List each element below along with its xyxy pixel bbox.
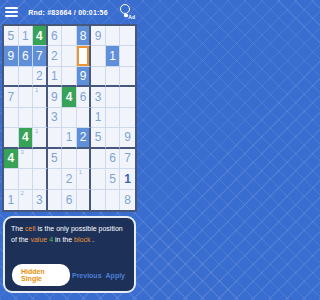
cell-r8c7[interactable] bbox=[106, 190, 121, 210]
cell-r4c6[interactable]: 1 bbox=[91, 108, 106, 128]
top-bar: Rnd: #83664 / 00:01:56 Ad bbox=[0, 0, 139, 24]
cell-r3c5[interactable]: 6 bbox=[77, 87, 92, 107]
cell-r5c6[interactable]: 5 bbox=[91, 128, 106, 148]
pencil-mark: 1 bbox=[79, 169, 82, 176]
cell-r8c2[interactable]: 3 bbox=[33, 190, 48, 210]
cell-r4c8[interactable] bbox=[120, 108, 135, 128]
sudoku-board: 5146899672121971946331411259435672151123… bbox=[2, 24, 137, 212]
cell-r5c0[interactable] bbox=[4, 128, 19, 148]
cell-r4c4[interactable] bbox=[62, 108, 77, 128]
cell-r1c8[interactable] bbox=[120, 46, 135, 66]
cell-r7c8[interactable]: 1 bbox=[120, 169, 135, 189]
cell-r8c1[interactable]: 2 bbox=[19, 190, 34, 210]
cell-r1c5[interactable] bbox=[77, 46, 92, 66]
cell-r2c0[interactable] bbox=[4, 67, 19, 87]
cell-r8c6[interactable] bbox=[91, 190, 106, 210]
cell-r0c0[interactable]: 5 bbox=[4, 26, 19, 46]
pencil-mark: 3 bbox=[21, 149, 24, 156]
cell-r7c5[interactable]: 1 bbox=[77, 169, 92, 189]
cell-r7c4[interactable]: 2 bbox=[62, 169, 77, 189]
hint-ad-button[interactable]: Ad bbox=[118, 4, 134, 20]
cell-r1c7[interactable]: 1 bbox=[106, 46, 121, 66]
cell-r6c2[interactable] bbox=[33, 149, 48, 169]
cell-r5c2[interactable]: 1 bbox=[33, 128, 48, 148]
cell-r4c3[interactable]: 3 bbox=[48, 108, 63, 128]
cell-r2c7[interactable] bbox=[106, 67, 121, 87]
cell-r8c4[interactable]: 6 bbox=[62, 190, 77, 210]
cell-r0c2[interactable]: 4 bbox=[33, 26, 48, 46]
cell-r3c6[interactable]: 3 bbox=[91, 87, 106, 107]
cell-r5c7[interactable] bbox=[106, 128, 121, 148]
pencil-mark: 1 bbox=[35, 87, 38, 94]
cell-r1c1[interactable]: 6 bbox=[19, 46, 34, 66]
hint-buttons-row: Hidden Single Previous Apply bbox=[5, 264, 134, 286]
cell-r1c2[interactable]: 7 bbox=[33, 46, 48, 66]
cell-r2c3[interactable]: 1 bbox=[48, 67, 63, 87]
cell-r3c3[interactable]: 9 bbox=[48, 87, 63, 107]
cell-r0c8[interactable] bbox=[120, 26, 135, 46]
cell-r5c4[interactable]: 1 bbox=[62, 128, 77, 148]
cell-r4c7[interactable] bbox=[106, 108, 121, 128]
cell-r8c3[interactable] bbox=[48, 190, 63, 210]
lightbulb-icon bbox=[120, 4, 130, 14]
cell-r1c4[interactable] bbox=[62, 46, 77, 66]
cell-r6c0[interactable]: 4 bbox=[4, 149, 19, 169]
cell-r7c0[interactable] bbox=[4, 169, 19, 189]
cell-r6c4[interactable] bbox=[62, 149, 77, 169]
cell-r4c0[interactable] bbox=[4, 108, 19, 128]
cell-r8c0[interactable]: 1 bbox=[4, 190, 19, 210]
cell-r1c0[interactable]: 9 bbox=[4, 46, 19, 66]
cell-r6c6[interactable] bbox=[91, 149, 106, 169]
cell-r3c1[interactable] bbox=[19, 87, 34, 107]
cell-r3c4[interactable]: 4 bbox=[62, 87, 77, 107]
ad-label: Ad bbox=[128, 14, 135, 20]
cell-r2c4[interactable] bbox=[62, 67, 77, 87]
cell-r7c2[interactable] bbox=[33, 169, 48, 189]
cell-r1c6[interactable] bbox=[91, 46, 106, 66]
hint-text: The cell is the only possible position o… bbox=[11, 224, 129, 246]
cell-r0c6[interactable]: 9 bbox=[91, 26, 106, 46]
cell-r7c6[interactable] bbox=[91, 169, 106, 189]
cell-r0c3[interactable]: 6 bbox=[48, 26, 63, 46]
cell-r3c7[interactable] bbox=[106, 87, 121, 107]
cell-r7c1[interactable] bbox=[19, 169, 34, 189]
cell-r6c3[interactable]: 5 bbox=[48, 149, 63, 169]
round-timer-label: Rnd: #83664 / 00:01:56 bbox=[28, 9, 108, 16]
cell-r7c3[interactable] bbox=[48, 169, 63, 189]
cell-r0c4[interactable] bbox=[62, 26, 77, 46]
cell-r8c8[interactable]: 8 bbox=[120, 190, 135, 210]
cell-r6c8[interactable]: 7 bbox=[120, 149, 135, 169]
pencil-mark: 2 bbox=[21, 190, 24, 197]
cell-r7c7[interactable]: 5 bbox=[106, 169, 121, 189]
cell-r3c8[interactable] bbox=[120, 87, 135, 107]
cell-r3c0[interactable]: 7 bbox=[4, 87, 19, 107]
cell-r8c5[interactable] bbox=[77, 190, 92, 210]
apply-button[interactable]: Apply bbox=[104, 269, 127, 282]
cell-r0c7[interactable] bbox=[106, 26, 121, 46]
menu-icon[interactable] bbox=[5, 7, 18, 17]
cell-r6c7[interactable]: 6 bbox=[106, 149, 121, 169]
cell-r5c3[interactable] bbox=[48, 128, 63, 148]
cell-r2c2[interactable]: 2 bbox=[33, 67, 48, 87]
cell-r3c2[interactable]: 1 bbox=[33, 87, 48, 107]
cell-r6c5[interactable] bbox=[77, 149, 92, 169]
cell-r4c2[interactable] bbox=[33, 108, 48, 128]
hint-panel: The cell is the only possible position o… bbox=[3, 216, 136, 293]
cell-r1c3[interactable]: 2 bbox=[48, 46, 63, 66]
cell-r5c1[interactable]: 4 bbox=[19, 128, 34, 148]
pencil-mark: 1 bbox=[35, 128, 38, 135]
cell-r4c1[interactable] bbox=[19, 108, 34, 128]
cell-r5c8[interactable]: 9 bbox=[120, 128, 135, 148]
cell-r0c1[interactable]: 1 bbox=[19, 26, 34, 46]
previous-button[interactable]: Previous bbox=[70, 269, 104, 282]
cell-r4c5[interactable] bbox=[77, 108, 92, 128]
cell-r2c5[interactable]: 9 bbox=[77, 67, 92, 87]
cell-r5c5[interactable]: 2 bbox=[77, 128, 92, 148]
cell-r0c5[interactable]: 8 bbox=[77, 26, 92, 46]
cell-r6c1[interactable]: 3 bbox=[19, 149, 34, 169]
cell-r2c8[interactable] bbox=[120, 67, 135, 87]
cell-r2c1[interactable] bbox=[19, 67, 34, 87]
cell-r2c6[interactable] bbox=[91, 67, 106, 87]
hidden-single-button[interactable]: Hidden Single bbox=[12, 264, 70, 286]
